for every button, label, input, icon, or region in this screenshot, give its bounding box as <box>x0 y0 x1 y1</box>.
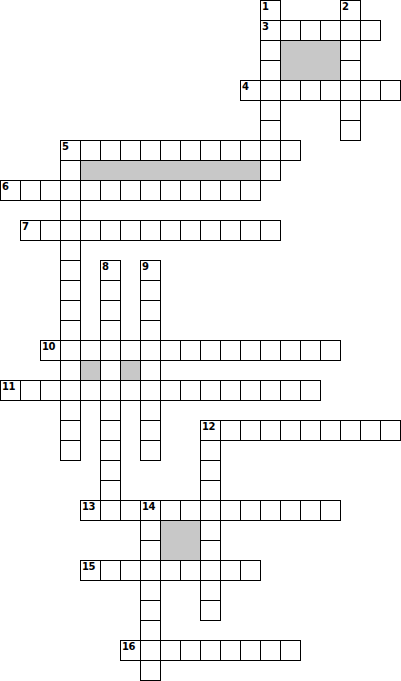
crossword-cell[interactable] <box>340 40 361 61</box>
crossword-cell[interactable] <box>380 420 401 441</box>
crossword-cell[interactable] <box>40 180 61 201</box>
crossword-cell[interactable] <box>280 340 301 361</box>
crossword-cell[interactable] <box>100 480 121 501</box>
crossword-cell[interactable] <box>280 640 301 661</box>
crossword-cell[interactable] <box>220 220 241 241</box>
crossword-cell[interactable] <box>100 420 121 441</box>
crossword-cell[interactable] <box>260 140 281 161</box>
shaded-block <box>160 520 201 561</box>
crossword-cell[interactable] <box>260 420 281 441</box>
crossword-cell[interactable] <box>80 500 101 521</box>
crossword-cell[interactable] <box>20 180 41 201</box>
crossword-cell[interactable] <box>80 220 101 241</box>
crossword-cell[interactable] <box>320 420 341 441</box>
crossword-cell[interactable] <box>240 640 261 661</box>
crossword-cell[interactable] <box>180 560 201 581</box>
crossword-cell[interactable] <box>360 80 381 101</box>
shaded-block <box>80 360 101 381</box>
shaded-block <box>80 160 261 181</box>
crossword-cell[interactable] <box>140 420 161 441</box>
crossword-cell[interactable] <box>100 360 121 381</box>
crossword-cell[interactable] <box>60 160 81 181</box>
crossword-cell[interactable] <box>280 140 301 161</box>
crossword-cell[interactable] <box>260 0 281 21</box>
crossword-cell[interactable] <box>140 300 161 321</box>
crossword-cell[interactable] <box>120 380 141 401</box>
crossword-cell[interactable] <box>0 380 21 401</box>
crossword-cell[interactable] <box>180 180 201 201</box>
crossword-cell[interactable] <box>300 80 321 101</box>
crossword-cell[interactable] <box>260 100 281 121</box>
crossword-cell[interactable] <box>340 100 361 121</box>
crossword-cell[interactable] <box>100 400 121 421</box>
crossword-cell[interactable] <box>140 360 161 381</box>
crossword-cell[interactable] <box>340 0 361 21</box>
crossword-cell[interactable] <box>180 640 201 661</box>
crossword-cell[interactable] <box>180 140 201 161</box>
crossword-cell[interactable] <box>120 220 141 241</box>
crossword-cell[interactable] <box>20 380 41 401</box>
crossword-cell[interactable] <box>200 520 221 541</box>
crossword-cell[interactable] <box>100 460 121 481</box>
crossword-cell[interactable] <box>120 560 141 581</box>
crossword-cell[interactable] <box>60 260 81 281</box>
crossword-cell[interactable] <box>40 220 61 241</box>
crossword-cell[interactable] <box>200 340 221 361</box>
crossword-cell[interactable] <box>360 20 381 41</box>
shaded-block <box>280 40 341 81</box>
crossword-cell[interactable] <box>240 380 261 401</box>
crossword-cell[interactable] <box>100 180 121 201</box>
crossword-cell[interactable] <box>320 80 341 101</box>
crossword-cell[interactable] <box>220 340 241 361</box>
crossword-cell[interactable] <box>140 340 161 361</box>
crossword-cell[interactable] <box>140 660 161 681</box>
crossword-cell[interactable] <box>280 20 301 41</box>
crossword-cell[interactable] <box>140 640 161 661</box>
crossword-cell[interactable] <box>160 220 181 241</box>
crossword-cell[interactable] <box>160 380 181 401</box>
crossword-cell[interactable] <box>120 340 141 361</box>
crossword-cell[interactable] <box>180 220 201 241</box>
crossword-cell[interactable] <box>320 20 341 41</box>
crossword-cell[interactable] <box>340 420 361 441</box>
crossword-cell[interactable] <box>140 220 161 241</box>
crossword-cell[interactable] <box>80 340 101 361</box>
crossword-cell[interactable] <box>100 220 121 241</box>
crossword-cell[interactable] <box>260 220 281 241</box>
crossword-cell[interactable] <box>140 380 161 401</box>
crossword-cell[interactable] <box>220 640 241 661</box>
crossword-cell[interactable] <box>60 180 81 201</box>
crossword-cell[interactable] <box>160 640 181 661</box>
crossword-cell[interactable] <box>260 640 281 661</box>
crossword-cell[interactable] <box>200 380 221 401</box>
shaded-block <box>120 360 141 381</box>
crossword-cell[interactable] <box>60 420 81 441</box>
crossword-cell[interactable] <box>60 140 81 161</box>
crossword-cell[interactable] <box>240 500 261 521</box>
crossword-cell[interactable] <box>380 80 401 101</box>
crossword-cell[interactable] <box>140 560 161 581</box>
crossword-cell[interactable] <box>200 420 221 441</box>
crossword-cell[interactable] <box>40 340 61 361</box>
crossword-cell[interactable] <box>240 180 261 201</box>
crossword-cell[interactable] <box>140 180 161 201</box>
crossword-cell[interactable] <box>140 520 161 541</box>
crossword-cell[interactable] <box>300 340 321 361</box>
crossword-cell[interactable] <box>300 420 321 441</box>
crossword-cell[interactable] <box>80 560 101 581</box>
crossword-cell[interactable] <box>200 640 221 661</box>
crossword-cell[interactable] <box>140 280 161 301</box>
crossword-cell[interactable] <box>240 140 261 161</box>
crossword-cell[interactable] <box>300 500 321 521</box>
crossword-cell[interactable] <box>260 40 281 61</box>
crossword-cell[interactable] <box>140 500 161 521</box>
crossword-cell[interactable] <box>200 600 221 621</box>
crossword-cell[interactable] <box>60 380 81 401</box>
crossword-cell[interactable] <box>100 320 121 341</box>
crossword-cell[interactable] <box>200 480 221 501</box>
crossword-cell[interactable] <box>160 560 181 581</box>
crossword-cell[interactable] <box>260 120 281 141</box>
crossword-cell[interactable] <box>240 420 261 441</box>
crossword-cell[interactable] <box>140 600 161 621</box>
crossword-cell[interactable] <box>260 60 281 81</box>
crossword-cell[interactable] <box>60 240 81 261</box>
crossword-cell[interactable] <box>60 400 81 421</box>
crossword-cell[interactable] <box>260 20 281 41</box>
crossword-cell[interactable] <box>340 120 361 141</box>
crossword-cell[interactable] <box>180 380 201 401</box>
crossword-cell[interactable] <box>100 260 121 281</box>
crossword-cell[interactable] <box>260 160 281 181</box>
crossword-cell[interactable] <box>340 20 361 41</box>
crossword-cell[interactable] <box>220 560 241 581</box>
crossword-cell[interactable] <box>200 460 221 481</box>
crossword-cell[interactable] <box>140 540 161 561</box>
crossword-cell[interactable] <box>140 580 161 601</box>
crossword-cell[interactable] <box>140 400 161 421</box>
crossword-cell[interactable] <box>180 500 201 521</box>
crossword-board: 12345678910111213141516 <box>0 0 401 681</box>
crossword-cell[interactable] <box>340 60 361 81</box>
crossword-cell[interactable] <box>100 340 121 361</box>
crossword-cell[interactable] <box>80 180 101 201</box>
crossword-cell[interactable] <box>160 180 181 201</box>
crossword-cell[interactable] <box>140 140 161 161</box>
crossword-cell[interactable] <box>60 300 81 321</box>
crossword-cell[interactable] <box>260 500 281 521</box>
crossword-cell[interactable] <box>240 80 261 101</box>
crossword-cell[interactable] <box>0 180 21 201</box>
crossword-cell[interactable] <box>240 220 261 241</box>
crossword-cell[interactable] <box>80 380 101 401</box>
crossword-cell[interactable] <box>20 220 41 241</box>
crossword-cell[interactable] <box>200 580 221 601</box>
crossword-cell[interactable] <box>280 80 301 101</box>
crossword-cell[interactable] <box>200 220 221 241</box>
crossword-cell[interactable] <box>280 380 301 401</box>
crossword-cell[interactable] <box>320 340 341 361</box>
crossword-cell[interactable] <box>140 620 161 641</box>
crossword-cell[interactable] <box>120 640 141 661</box>
crossword-cell[interactable] <box>200 440 221 461</box>
crossword-cell[interactable] <box>100 380 121 401</box>
crossword-cell[interactable] <box>240 560 261 581</box>
crossword-cell[interactable] <box>220 380 241 401</box>
crossword-cell[interactable] <box>280 420 301 441</box>
crossword-cell[interactable] <box>200 500 221 521</box>
crossword-cell[interactable] <box>60 440 81 461</box>
crossword-cell[interactable] <box>60 200 81 221</box>
crossword-cell[interactable] <box>140 440 161 461</box>
crossword-cell[interactable] <box>200 180 221 201</box>
crossword-cell[interactable] <box>40 380 61 401</box>
crossword-cell[interactable] <box>160 340 181 361</box>
crossword-cell[interactable] <box>160 500 181 521</box>
crossword-cell[interactable] <box>80 140 101 161</box>
crossword-cell[interactable] <box>200 140 221 161</box>
crossword-cell[interactable] <box>140 320 161 341</box>
crossword-cell[interactable] <box>100 500 121 521</box>
crossword-cell[interactable] <box>320 500 341 521</box>
crossword-cell[interactable] <box>100 140 121 161</box>
crossword-cell[interactable] <box>280 500 301 521</box>
crossword-cell[interactable] <box>120 180 141 201</box>
crossword-cell[interactable] <box>60 220 81 241</box>
crossword-cell[interactable] <box>200 560 221 581</box>
crossword-cell[interactable] <box>260 80 281 101</box>
crossword-cell[interactable] <box>260 380 281 401</box>
crossword-cell[interactable] <box>220 500 241 521</box>
crossword-cell[interactable] <box>300 380 321 401</box>
crossword-cell[interactable] <box>220 420 241 441</box>
crossword-cell[interactable] <box>200 540 221 561</box>
crossword-cell[interactable] <box>60 360 81 381</box>
crossword-cell[interactable] <box>300 20 321 41</box>
crossword-cell[interactable] <box>100 300 121 321</box>
crossword-cell[interactable] <box>240 340 261 361</box>
crossword-cell[interactable] <box>100 280 121 301</box>
crossword-cell[interactable] <box>60 280 81 301</box>
crossword-cell[interactable] <box>220 140 241 161</box>
crossword-cell[interactable] <box>60 320 81 341</box>
crossword-cell[interactable] <box>120 140 141 161</box>
crossword-cell[interactable] <box>340 80 361 101</box>
crossword-cell[interactable] <box>100 560 121 581</box>
crossword-cell[interactable] <box>140 260 161 281</box>
crossword-cell[interactable] <box>360 420 381 441</box>
crossword-cell[interactable] <box>160 140 181 161</box>
crossword-cell[interactable] <box>220 180 241 201</box>
crossword-cell[interactable] <box>180 340 201 361</box>
crossword-cell[interactable] <box>120 500 141 521</box>
crossword-cell[interactable] <box>260 340 281 361</box>
crossword-cell[interactable] <box>60 340 81 361</box>
crossword-cell[interactable] <box>100 440 121 461</box>
